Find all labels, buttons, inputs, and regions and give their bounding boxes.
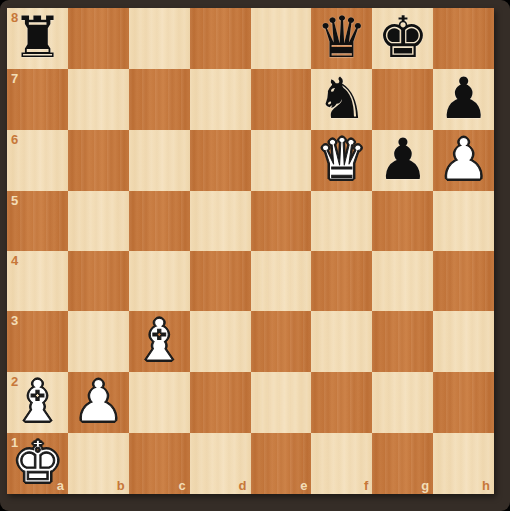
square-f1[interactable]: f <box>311 433 372 494</box>
square-e3[interactable] <box>251 311 312 372</box>
square-c3[interactable]: ♝ <box>129 311 190 372</box>
square-c6[interactable] <box>129 130 190 191</box>
square-b3[interactable] <box>68 311 129 372</box>
square-g4[interactable] <box>372 251 433 311</box>
white-king[interactable]: ♚ <box>12 432 63 493</box>
file-label-c: c <box>178 479 185 492</box>
square-g6[interactable]: ♟ <box>372 130 433 191</box>
square-d2[interactable] <box>190 372 251 433</box>
file-label-g: g <box>421 479 429 492</box>
rank-label-7: 7 <box>11 72 18 85</box>
chess-board: 8♜♛♚7♞♟6♛♟♟543♝2♝♟1a♚bcdefgh <box>7 8 494 494</box>
white-bishop[interactable]: ♝ <box>12 371 63 432</box>
rank-label-4: 4 <box>11 254 18 267</box>
square-d6[interactable] <box>190 130 251 191</box>
square-a4[interactable]: 4 <box>7 251 68 311</box>
square-d1[interactable]: d <box>190 433 251 494</box>
square-f5[interactable] <box>311 191 372 251</box>
file-label-e: e <box>300 479 307 492</box>
square-d8[interactable] <box>190 8 251 69</box>
square-b4[interactable] <box>68 251 129 311</box>
black-king[interactable]: ♚ <box>377 7 428 68</box>
square-c8[interactable] <box>129 8 190 69</box>
square-c1[interactable]: c <box>129 433 190 494</box>
square-g1[interactable]: g <box>372 433 433 494</box>
square-b6[interactable] <box>68 130 129 191</box>
square-e7[interactable] <box>251 69 312 130</box>
square-b5[interactable] <box>68 191 129 251</box>
square-e5[interactable] <box>251 191 312 251</box>
black-rook[interactable]: ♜ <box>12 7 63 68</box>
square-c5[interactable] <box>129 191 190 251</box>
square-g8[interactable]: ♚ <box>372 8 433 69</box>
square-a3[interactable]: 3 <box>7 311 68 372</box>
square-g7[interactable] <box>372 69 433 130</box>
square-f6[interactable]: ♛ <box>311 130 372 191</box>
square-h5[interactable] <box>433 191 494 251</box>
square-h4[interactable] <box>433 251 494 311</box>
square-g5[interactable] <box>372 191 433 251</box>
square-d4[interactable] <box>190 251 251 311</box>
square-c7[interactable] <box>129 69 190 130</box>
square-a1[interactable]: 1a♚ <box>7 433 68 494</box>
square-h8[interactable] <box>433 8 494 69</box>
black-queen[interactable]: ♛ <box>316 7 367 68</box>
square-h1[interactable]: h <box>433 433 494 494</box>
square-e4[interactable] <box>251 251 312 311</box>
rank-label-5: 5 <box>11 194 18 207</box>
square-f2[interactable] <box>311 372 372 433</box>
white-bishop[interactable]: ♝ <box>134 310 185 371</box>
square-h6[interactable]: ♟ <box>433 130 494 191</box>
square-h3[interactable] <box>433 311 494 372</box>
file-label-f: f <box>364 479 368 492</box>
square-f4[interactable] <box>311 251 372 311</box>
black-pawn[interactable]: ♟ <box>377 129 428 190</box>
square-f8[interactable]: ♛ <box>311 8 372 69</box>
rank-label-6: 6 <box>11 133 18 146</box>
square-h7[interactable]: ♟ <box>433 69 494 130</box>
square-a6[interactable]: 6 <box>7 130 68 191</box>
square-a8[interactable]: 8♜ <box>7 8 68 69</box>
square-g3[interactable] <box>372 311 433 372</box>
rank-label-3: 3 <box>11 314 18 327</box>
white-queen[interactable]: ♛ <box>316 129 367 190</box>
black-knight[interactable]: ♞ <box>316 68 367 129</box>
file-label-d: d <box>239 479 247 492</box>
square-e1[interactable]: e <box>251 433 312 494</box>
square-e8[interactable] <box>251 8 312 69</box>
square-h2[interactable] <box>433 372 494 433</box>
square-c2[interactable] <box>129 372 190 433</box>
white-pawn[interactable]: ♟ <box>438 129 489 190</box>
square-d3[interactable] <box>190 311 251 372</box>
square-a2[interactable]: 2♝ <box>7 372 68 433</box>
black-pawn[interactable]: ♟ <box>438 68 489 129</box>
square-d7[interactable] <box>190 69 251 130</box>
square-f7[interactable]: ♞ <box>311 69 372 130</box>
file-label-h: h <box>482 479 490 492</box>
square-b2[interactable]: ♟ <box>68 372 129 433</box>
square-d5[interactable] <box>190 191 251 251</box>
square-g2[interactable] <box>372 372 433 433</box>
square-b1[interactable]: b <box>68 433 129 494</box>
white-pawn[interactable]: ♟ <box>73 371 124 432</box>
square-e6[interactable] <box>251 130 312 191</box>
board-frame: 8♜♛♚7♞♟6♛♟♟543♝2♝♟1a♚bcdefgh <box>0 0 510 511</box>
square-a7[interactable]: 7 <box>7 69 68 130</box>
square-b8[interactable] <box>68 8 129 69</box>
square-a5[interactable]: 5 <box>7 191 68 251</box>
square-c4[interactable] <box>129 251 190 311</box>
square-e2[interactable] <box>251 372 312 433</box>
square-b7[interactable] <box>68 69 129 130</box>
square-f3[interactable] <box>311 311 372 372</box>
file-label-b: b <box>117 479 125 492</box>
